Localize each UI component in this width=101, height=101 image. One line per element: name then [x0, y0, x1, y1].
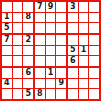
cell-r9c5[interactable] [46, 89, 56, 99]
box-2-1: 72 [2, 35, 33, 66]
cell-r8c2[interactable] [13, 79, 23, 89]
box-3-2: 198 [35, 68, 66, 99]
cell-r9c2[interactable] [13, 89, 23, 99]
cell-r5c1[interactable] [2, 46, 12, 56]
cell-r1c1[interactable] [2, 2, 12, 12]
cell-r3c3[interactable] [23, 23, 33, 33]
cell-r3c2[interactable] [13, 23, 23, 33]
sudoku-board: 18579372516645198 [0, 0, 101, 101]
cell-r3c5[interactable] [46, 23, 56, 33]
cell-r5c4[interactable] [35, 46, 45, 56]
cell-r7c4[interactable] [35, 68, 45, 78]
box-3-3 [68, 68, 99, 99]
cell-r1c9[interactable] [89, 2, 99, 12]
cell-r6c7[interactable]: 6 [68, 56, 78, 66]
cell-r5c9[interactable] [89, 46, 99, 56]
cell-r8c3[interactable] [23, 79, 33, 89]
cell-r6c8[interactable] [79, 56, 89, 66]
cell-r2c4[interactable] [35, 13, 45, 23]
cell-r1c3[interactable] [23, 2, 33, 12]
cell-r7c6[interactable] [56, 68, 66, 78]
cell-r7c9[interactable] [89, 68, 99, 78]
cell-r2c6[interactable] [56, 13, 66, 23]
cell-r5c2[interactable] [13, 46, 23, 56]
cell-r9c7[interactable] [68, 89, 78, 99]
box-2-3: 516 [68, 35, 99, 66]
cell-r5c7[interactable]: 5 [68, 46, 78, 56]
cell-r9c9[interactable] [89, 89, 99, 99]
cell-r4c8[interactable] [79, 35, 89, 45]
cell-r4c2[interactable] [13, 35, 23, 45]
cell-r9c1[interactable] [2, 89, 12, 99]
cell-r3c4[interactable] [35, 23, 45, 33]
box-1-3: 3 [68, 2, 99, 33]
cell-r2c2[interactable] [13, 13, 23, 23]
cell-r2c9[interactable] [89, 13, 99, 23]
cell-r2c5[interactable] [46, 13, 56, 23]
cell-r1c2[interactable] [13, 2, 23, 12]
cell-r1c8[interactable] [79, 2, 89, 12]
cell-r2c1[interactable]: 1 [2, 13, 12, 23]
box-1-1: 185 [2, 2, 33, 33]
cell-r7c5[interactable]: 1 [46, 68, 56, 78]
cell-r1c4[interactable]: 7 [35, 2, 45, 12]
cell-r3c7[interactable] [68, 23, 78, 33]
cell-r9c8[interactable] [79, 89, 89, 99]
cell-r6c3[interactable] [23, 56, 33, 66]
cell-r4c6[interactable] [56, 35, 66, 45]
cell-r7c1[interactable] [2, 68, 12, 78]
cell-r3c6[interactable] [56, 23, 66, 33]
box-3-1: 645 [2, 68, 33, 99]
cell-r1c5[interactable]: 9 [46, 2, 56, 12]
cell-r8c5[interactable] [46, 79, 56, 89]
cell-r8c8[interactable] [79, 79, 89, 89]
cell-r7c7[interactable] [68, 68, 78, 78]
cell-r9c3[interactable]: 5 [23, 89, 33, 99]
cell-r7c8[interactable] [79, 68, 89, 78]
cell-r5c5[interactable] [46, 46, 56, 56]
cell-r9c4[interactable]: 8 [35, 89, 45, 99]
cell-r5c3[interactable] [23, 46, 33, 56]
cell-r4c5[interactable] [46, 35, 56, 45]
cell-r3c8[interactable] [79, 23, 89, 33]
cell-r6c2[interactable] [13, 56, 23, 66]
cell-r6c4[interactable] [35, 56, 45, 66]
cell-r3c1[interactable]: 5 [2, 23, 12, 33]
cell-r8c4[interactable] [35, 79, 45, 89]
cell-r4c1[interactable]: 7 [2, 35, 12, 45]
cell-r7c2[interactable] [13, 68, 23, 78]
cell-r8c1[interactable]: 4 [2, 79, 12, 89]
cell-r4c4[interactable] [35, 35, 45, 45]
cell-r4c3[interactable]: 2 [23, 35, 33, 45]
cell-r4c9[interactable] [89, 35, 99, 45]
cell-r5c6[interactable] [56, 46, 66, 56]
cell-r1c6[interactable] [56, 2, 66, 12]
cell-r8c6[interactable]: 9 [56, 79, 66, 89]
cell-r6c9[interactable] [89, 56, 99, 66]
cell-r4c7[interactable] [68, 35, 78, 45]
cell-r2c3[interactable]: 8 [23, 13, 33, 23]
cell-r7c3[interactable]: 6 [23, 68, 33, 78]
box-2-2 [35, 35, 66, 66]
cell-r6c1[interactable] [2, 56, 12, 66]
cell-r8c7[interactable] [68, 79, 78, 89]
box-1-2: 79 [35, 2, 66, 33]
cell-r3c9[interactable] [89, 23, 99, 33]
cell-r9c6[interactable] [56, 89, 66, 99]
cell-r2c7[interactable] [68, 13, 78, 23]
cell-r6c6[interactable] [56, 56, 66, 66]
cell-r2c8[interactable] [79, 13, 89, 23]
cell-r1c7[interactable]: 3 [68, 2, 78, 12]
cell-r6c5[interactable] [46, 56, 56, 66]
cell-r8c9[interactable] [89, 79, 99, 89]
cell-r5c8[interactable]: 1 [79, 46, 89, 56]
